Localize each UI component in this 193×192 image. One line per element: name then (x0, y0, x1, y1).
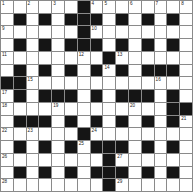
black-cell (167, 141, 179, 153)
grid-cell[interactable] (78, 167, 90, 179)
clue-number: 12 (79, 52, 84, 57)
grid-cell[interactable] (129, 14, 141, 26)
grid-cell[interactable] (155, 154, 167, 166)
grid-cell[interactable] (39, 154, 51, 166)
grid-cell[interactable] (65, 26, 77, 38)
black-cell (65, 167, 77, 179)
black-cell (39, 141, 51, 153)
grid-cell[interactable] (167, 26, 179, 38)
grid-cell[interactable] (180, 52, 192, 64)
black-cell (142, 116, 154, 128)
grid-cell[interactable] (78, 103, 90, 115)
grid-cell[interactable]: 27 (116, 154, 128, 166)
black-cell (116, 116, 128, 128)
grid-cell[interactable] (65, 77, 77, 89)
grid-cell[interactable]: 10 (91, 26, 103, 38)
clue-number: 8 (181, 1, 184, 6)
black-cell (65, 65, 77, 77)
grid-cell[interactable] (180, 77, 192, 89)
grid-cell[interactable]: 22 (1, 128, 13, 140)
grid-cell[interactable] (27, 179, 39, 191)
grid-cell[interactable] (116, 77, 128, 89)
black-cell (180, 103, 192, 115)
black-cell (116, 39, 128, 51)
black-cell (103, 141, 115, 153)
grid-cell[interactable] (91, 154, 103, 166)
grid-cell[interactable] (52, 26, 64, 38)
black-cell (91, 90, 103, 102)
grid-cell[interactable] (129, 77, 141, 89)
grid-cell[interactable] (52, 14, 64, 26)
grid-cell[interactable] (65, 52, 77, 64)
black-cell (167, 39, 179, 51)
grid-cell[interactable] (103, 39, 115, 51)
black-cell (65, 141, 77, 153)
black-cell (39, 167, 51, 179)
grid-cell[interactable] (14, 52, 26, 64)
black-cell (91, 14, 103, 26)
grid-cell[interactable] (167, 128, 179, 140)
grid-cell[interactable] (155, 90, 167, 102)
grid-cell[interactable]: 29 (116, 179, 128, 191)
black-cell (167, 14, 179, 26)
grid-cell[interactable] (39, 179, 51, 191)
grid-cell[interactable] (39, 103, 51, 115)
grid-cell[interactable] (39, 52, 51, 64)
black-cell (167, 116, 179, 128)
grid-cell[interactable] (91, 179, 103, 191)
black-cell (167, 65, 179, 77)
grid-cell[interactable] (155, 52, 167, 64)
clue-number: 23 (28, 128, 33, 133)
grid-cell[interactable]: 12 (78, 52, 90, 64)
grid-cell[interactable]: 13 (116, 52, 128, 64)
black-cell (91, 65, 103, 77)
grid-cell[interactable] (129, 128, 141, 140)
grid-cell[interactable] (14, 103, 26, 115)
grid-cell[interactable] (1, 167, 13, 179)
black-cell (14, 14, 26, 26)
grid-cell[interactable] (180, 65, 192, 77)
grid-cell[interactable] (65, 154, 77, 166)
grid-cell[interactable] (65, 128, 77, 140)
black-cell (14, 90, 26, 102)
grid-cell[interactable] (129, 179, 141, 191)
clue-number: 19 (53, 103, 58, 108)
black-cell (39, 116, 51, 128)
black-cell (116, 141, 128, 153)
black-cell (91, 167, 103, 179)
black-cell (142, 90, 154, 102)
black-cell (142, 65, 154, 77)
grid-cell[interactable] (78, 90, 90, 102)
grid-cell[interactable] (1, 65, 13, 77)
grid-cell[interactable] (167, 154, 179, 166)
grid-cell[interactable] (103, 103, 115, 115)
grid-cell[interactable]: 23 (27, 128, 39, 140)
grid-cell[interactable] (78, 77, 90, 89)
grid-cell[interactable] (155, 26, 167, 38)
grid-cell[interactable]: 28 (1, 179, 13, 191)
grid-cell[interactable] (167, 77, 179, 89)
grid-cell[interactable]: 21 (180, 116, 192, 128)
grid-cell[interactable] (1, 116, 13, 128)
black-cell (142, 141, 154, 153)
grid-cell[interactable] (52, 167, 64, 179)
grid-cell[interactable] (52, 141, 64, 153)
grid-cell[interactable] (155, 103, 167, 115)
grid-cell[interactable]: 25 (78, 141, 90, 153)
clue-number: 4 (92, 1, 95, 6)
grid-cell[interactable] (116, 26, 128, 38)
grid-cell[interactable] (39, 77, 51, 89)
grid-cell[interactable] (27, 39, 39, 51)
grid-cell[interactable] (180, 39, 192, 51)
grid-cell[interactable] (129, 39, 141, 51)
black-cell (39, 90, 51, 102)
clue-number: 16 (156, 77, 161, 82)
grid-cell[interactable] (91, 103, 103, 115)
clue-number: 13 (117, 52, 122, 57)
grid-cell[interactable]: 2 (27, 1, 39, 13)
grid-cell[interactable] (52, 154, 64, 166)
grid-cell[interactable]: 16 (155, 77, 167, 89)
grid-cell[interactable] (27, 90, 39, 102)
black-cell (14, 65, 26, 77)
grid-cell[interactable] (180, 128, 192, 140)
grid-cell[interactable] (129, 116, 141, 128)
grid-cell[interactable] (129, 26, 141, 38)
grid-cell[interactable] (129, 65, 141, 77)
clue-number: 21 (181, 116, 186, 121)
grid-cell[interactable] (27, 167, 39, 179)
black-cell (14, 77, 26, 89)
black-cell (167, 167, 179, 179)
black-cell (65, 90, 77, 102)
grid-cell[interactable]: 20 (129, 103, 141, 115)
black-cell (78, 1, 90, 13)
clue-number: 25 (79, 141, 84, 146)
clue-number: 11 (2, 52, 7, 57)
grid-cell[interactable] (103, 14, 115, 26)
grid-cell[interactable] (91, 52, 103, 64)
black-cell (52, 90, 64, 102)
grid-cell[interactable] (155, 128, 167, 140)
grid-cell[interactable]: 26 (1, 154, 13, 166)
grid-cell[interactable] (155, 141, 167, 153)
black-cell (78, 26, 90, 38)
grid-cell[interactable]: 3 (52, 1, 64, 13)
grid-cell[interactable] (155, 14, 167, 26)
grid-cell[interactable] (52, 52, 64, 64)
grid-cell[interactable]: 5 (103, 1, 115, 13)
grid-cell[interactable] (116, 128, 128, 140)
grid-cell[interactable]: 6 (129, 1, 141, 13)
grid-cell[interactable] (142, 1, 154, 13)
grid-cell[interactable] (129, 167, 141, 179)
black-cell (27, 116, 39, 128)
clue-number: 3 (53, 1, 56, 6)
black-cell (116, 65, 128, 77)
clue-number: 18 (2, 103, 7, 108)
grid-cell[interactable] (52, 77, 64, 89)
black-cell (103, 167, 115, 179)
black-cell (103, 52, 115, 64)
grid-cell[interactable] (27, 154, 39, 166)
black-cell (14, 167, 26, 179)
clue-number: 5 (104, 1, 107, 6)
grid-cell[interactable] (155, 116, 167, 128)
grid-cell[interactable]: 9 (1, 26, 13, 38)
clue-number: 20 (130, 103, 135, 108)
grid-cell[interactable] (180, 26, 192, 38)
grid-cell[interactable] (180, 179, 192, 191)
black-cell (142, 167, 154, 179)
grid-cell[interactable] (78, 179, 90, 191)
clue-number: 24 (92, 128, 97, 133)
grid-cell[interactable] (180, 167, 192, 179)
grid-cell[interactable] (52, 39, 64, 51)
black-cell (78, 39, 90, 51)
grid-cell[interactable] (116, 103, 128, 115)
clue-number: 6 (130, 1, 133, 6)
grid-cell[interactable] (27, 65, 39, 77)
clue-number: 2 (28, 1, 31, 6)
black-cell (39, 65, 51, 77)
clue-number: 28 (2, 179, 7, 184)
black-cell (78, 14, 90, 26)
grid-cell[interactable] (155, 179, 167, 191)
black-cell (103, 154, 115, 166)
clue-number: 27 (117, 154, 122, 159)
grid-cell[interactable] (27, 103, 39, 115)
black-cell (91, 39, 103, 51)
black-cell (14, 116, 26, 128)
black-cell (65, 14, 77, 26)
grid-cell[interactable] (180, 141, 192, 153)
grid-cell[interactable] (103, 77, 115, 89)
grid-cell[interactable] (27, 26, 39, 38)
grid-cell[interactable] (27, 14, 39, 26)
grid-cell[interactable] (52, 116, 64, 128)
grid-cell[interactable] (103, 26, 115, 38)
grid-cell[interactable]: 14 (103, 65, 115, 77)
grid-cell[interactable] (155, 167, 167, 179)
black-cell (1, 77, 13, 89)
black-cell (91, 141, 103, 153)
grid-cell[interactable] (78, 116, 90, 128)
grid-cell[interactable]: 4 (91, 1, 103, 13)
grid-cell[interactable] (167, 179, 179, 191)
black-cell (39, 14, 51, 26)
grid-cell[interactable] (65, 103, 77, 115)
grid-cell[interactable] (39, 128, 51, 140)
grid-cell[interactable] (52, 179, 64, 191)
grid-cell[interactable]: 11 (1, 52, 13, 64)
grid-cell[interactable] (78, 65, 90, 77)
grid-cell[interactable] (116, 1, 128, 13)
grid-cell[interactable] (180, 14, 192, 26)
black-cell (78, 128, 90, 140)
black-cell (155, 65, 167, 77)
black-cell (91, 116, 103, 128)
grid-cell[interactable] (27, 141, 39, 153)
grid-cell[interactable] (142, 103, 154, 115)
black-cell (14, 39, 26, 51)
grid-cell[interactable] (78, 154, 90, 166)
black-cell (39, 39, 51, 51)
grid-cell[interactable] (142, 52, 154, 64)
grid-cell[interactable] (142, 179, 154, 191)
grid-cell[interactable] (14, 26, 26, 38)
grid-cell[interactable]: 17 (1, 90, 13, 102)
black-cell (65, 39, 77, 51)
grid-cell[interactable] (129, 141, 141, 153)
grid-cell[interactable] (129, 52, 141, 64)
clue-number: 17 (2, 90, 7, 95)
grid-cell[interactable] (91, 77, 103, 89)
black-cell (116, 90, 128, 102)
black-cell (103, 179, 115, 191)
grid-cell[interactable] (155, 39, 167, 51)
clue-number: 14 (104, 65, 109, 70)
clue-number: 26 (2, 154, 7, 159)
clue-number: 15 (28, 77, 33, 82)
grid-cell[interactable] (103, 90, 115, 102)
grid-cell[interactable] (1, 14, 13, 26)
grid-cell[interactable] (180, 154, 192, 166)
grid-cell[interactable]: 18 (1, 103, 13, 115)
clue-number: 22 (2, 128, 7, 133)
crossword-board: 1234567891011121314151617181920212223242… (0, 0, 193, 192)
grid-cell[interactable] (129, 154, 141, 166)
clue-number: 10 (92, 26, 97, 31)
grid-cell[interactable] (180, 90, 192, 102)
grid-cell[interactable] (167, 52, 179, 64)
grid-cell[interactable] (39, 1, 51, 13)
grid-cell[interactable] (39, 26, 51, 38)
grid-cell[interactable]: 24 (91, 128, 103, 140)
black-cell (116, 167, 128, 179)
clue-number: 7 (156, 1, 159, 6)
clue-number: 9 (2, 26, 5, 31)
clue-number: 1 (2, 1, 5, 6)
black-cell (167, 103, 179, 115)
clue-number: 29 (117, 179, 122, 184)
grid-cell[interactable] (27, 52, 39, 64)
grid-cell[interactable] (142, 154, 154, 166)
black-cell (129, 90, 141, 102)
grid-cell[interactable]: 1 (1, 1, 13, 13)
black-cell (65, 116, 77, 128)
grid-cell[interactable] (142, 26, 154, 38)
grid-cell[interactable] (14, 179, 26, 191)
grid-cell[interactable] (167, 1, 179, 13)
grid-cell[interactable]: 15 (27, 77, 39, 89)
grid-cell[interactable] (14, 154, 26, 166)
grid-cell[interactable] (14, 128, 26, 140)
grid-cell[interactable] (103, 128, 115, 140)
grid-cell[interactable] (52, 128, 64, 140)
grid-cell[interactable] (65, 179, 77, 191)
grid-cell[interactable] (65, 1, 77, 13)
black-cell (116, 14, 128, 26)
grid-cell[interactable] (1, 39, 13, 51)
black-cell (167, 90, 179, 102)
black-cell (142, 39, 154, 51)
grid-cell[interactable]: 7 (155, 1, 167, 13)
black-cell (142, 14, 154, 26)
grid-cell[interactable] (52, 65, 64, 77)
grid-cell[interactable] (14, 1, 26, 13)
black-cell (14, 141, 26, 153)
grid-cell[interactable] (142, 128, 154, 140)
grid-cell[interactable]: 19 (52, 103, 64, 115)
grid-cell[interactable]: 8 (180, 1, 192, 13)
grid-cell[interactable] (142, 77, 154, 89)
grid-cell[interactable] (1, 141, 13, 153)
grid-cell[interactable] (103, 116, 115, 128)
